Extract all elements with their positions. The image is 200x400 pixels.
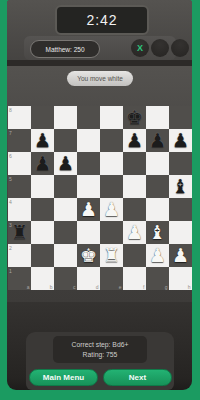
file-label-e: e [119,284,122,290]
attempt-indicator-2 [151,39,169,57]
next-label: Next [129,373,146,382]
square-a7[interactable]: 7 [8,129,31,152]
attempt-indicator-3 [171,39,189,57]
rank-label-4: 4 [9,199,12,205]
file-label-b: b [50,284,53,290]
square-g7[interactable]: ♟ [146,129,169,152]
square-f3[interactable]: ♟ [123,221,146,244]
piece-white-pawn-g2[interactable]: ♟ [146,244,169,267]
square-g8[interactable] [146,106,169,129]
square-g1[interactable]: g [146,267,169,290]
square-c8[interactable] [54,106,77,129]
square-c3[interactable] [54,221,77,244]
square-d1[interactable]: d [77,267,100,290]
square-a3[interactable]: 3♜ [8,221,31,244]
piece-white-pawn-e4[interactable]: ♟ [100,198,123,221]
square-e3[interactable] [100,221,123,244]
square-g4[interactable] [146,198,169,221]
square-c6[interactable]: ♟ [54,152,77,175]
square-c1[interactable]: c [54,267,77,290]
attempt-indicator-1: X [131,39,149,57]
square-b5[interactable] [31,175,54,198]
square-f7[interactable]: ♟ [123,129,146,152]
square-f5[interactable] [123,175,146,198]
chess-board[interactable]: 8♚7♟♟♟♟6♟♟5♝4♟♟3♜♟♝2♚♜♟♟1abcdefgh [8,106,192,290]
board-section: You move white 8♚7♟♟♟♟6♟♟5♝4♟♟3♜♟♝2♚♜♟♟1… [7,66,192,302]
square-e8[interactable] [100,106,123,129]
square-b1[interactable]: b [31,267,54,290]
square-e1[interactable]: e [100,267,123,290]
square-a2[interactable]: 2 [8,244,31,267]
square-g6[interactable] [146,152,169,175]
piece-white-bishop-g3[interactable]: ♝ [146,221,169,244]
file-label-f: f [143,284,144,290]
square-b6[interactable]: ♟ [31,152,54,175]
rank-label-5: 5 [9,176,12,182]
square-c4[interactable] [54,198,77,221]
piece-white-pawn-f3[interactable]: ♟ [123,221,146,244]
square-a1[interactable]: 1a [8,267,31,290]
square-e2[interactable]: ♜ [100,244,123,267]
correct-move-text: Correct step: Bd6+ [72,341,129,349]
square-b8[interactable] [31,106,54,129]
file-label-d: d [96,284,99,290]
square-c7[interactable] [54,129,77,152]
square-h6[interactable] [169,152,192,175]
piece-black-rook-a3[interactable]: ♜ [8,221,31,244]
main-menu-label: Main Menu [43,373,84,382]
square-f8[interactable]: ♚ [123,106,146,129]
file-label-a: a [27,284,30,290]
rank-label-6: 6 [9,153,12,159]
square-c5[interactable] [54,175,77,198]
square-b7[interactable]: ♟ [31,129,54,152]
result-card: Correct step: Bd6+ Rating: 755 Main Menu… [26,332,174,390]
timer-display: 2:42 [55,5,149,35]
top-bar: 2:42 Matthew: 250 X [7,0,192,62]
piece-black-pawn-b7[interactable]: ♟ [31,129,54,152]
turn-banner-text: You move white [77,75,123,82]
square-a6[interactable]: 6 [8,152,31,175]
result-message-box: Correct step: Bd6+ Rating: 755 [53,336,147,363]
rating-text: Rating: 755 [83,351,118,359]
square-g5[interactable] [146,175,169,198]
square-e6[interactable] [100,152,123,175]
turn-banner: You move white [67,71,133,86]
next-button[interactable]: Next [103,369,172,386]
player-strip: Matthew: 250 X [24,36,176,60]
square-h4[interactable] [169,198,192,221]
square-b3[interactable] [31,221,54,244]
square-d8[interactable] [77,106,100,129]
piece-black-king-f8[interactable]: ♚ [123,106,146,129]
piece-black-pawn-f7[interactable]: ♟ [123,129,146,152]
square-f1[interactable]: f [123,267,146,290]
square-e5[interactable] [100,175,123,198]
square-e4[interactable]: ♟ [100,198,123,221]
piece-black-pawn-c6[interactable]: ♟ [54,152,77,175]
square-d3[interactable] [77,221,100,244]
rank-label-1: 1 [9,268,12,274]
piece-white-pawn-d4[interactable]: ♟ [77,198,100,221]
rank-label-8: 8 [9,107,12,113]
square-h1[interactable]: h [169,267,192,290]
square-h5[interactable]: ♝ [169,175,192,198]
piece-black-bishop-h5[interactable]: ♝ [169,175,192,198]
player-badge: Matthew: 250 [30,40,100,58]
square-d4[interactable]: ♟ [77,198,100,221]
square-e7[interactable] [100,129,123,152]
piece-white-rook-e2[interactable]: ♜ [100,244,123,267]
file-label-h: h [188,284,191,290]
square-d7[interactable] [77,129,100,152]
rank-label-7: 7 [9,130,12,136]
piece-black-pawn-h7[interactable]: ♟ [169,129,192,152]
piece-white-king-d2[interactable]: ♚ [77,244,100,267]
square-f4[interactable] [123,198,146,221]
square-f6[interactable] [123,152,146,175]
rank-label-2: 2 [9,245,12,251]
main-menu-button[interactable]: Main Menu [29,369,98,386]
square-d6[interactable] [77,152,100,175]
piece-black-pawn-b6[interactable]: ♟ [31,152,54,175]
bottom-bar: Correct step: Bd6+ Rating: 755 Main Menu… [7,302,192,390]
x-mark-icon: X [137,43,143,53]
square-a4[interactable]: 4 [8,198,31,221]
piece-white-pawn-h2[interactable]: ♟ [169,244,192,267]
timer-value: 2:42 [86,12,117,28]
square-h3[interactable] [169,221,192,244]
square-h8[interactable] [169,106,192,129]
square-b2[interactable] [31,244,54,267]
file-label-g: g [165,284,168,290]
app-screen: 2:42 Matthew: 250 X You move white 8♚7♟♟… [0,0,200,400]
square-h2[interactable]: ♟ [169,244,192,267]
square-a8[interactable]: 8 [8,106,31,129]
square-g2[interactable]: ♟ [146,244,169,267]
square-a5[interactable]: 5 [8,175,31,198]
square-d5[interactable] [77,175,100,198]
square-g3[interactable]: ♝ [146,221,169,244]
player-rating-label: Matthew: 250 [45,46,84,53]
square-h7[interactable]: ♟ [169,129,192,152]
square-d2[interactable]: ♚ [77,244,100,267]
game-panel: 2:42 Matthew: 250 X You move white 8♚7♟♟… [7,0,192,390]
file-label-c: c [73,284,76,290]
square-c2[interactable] [54,244,77,267]
square-f2[interactable] [123,244,146,267]
piece-black-pawn-g7[interactable]: ♟ [146,129,169,152]
square-b4[interactable] [31,198,54,221]
